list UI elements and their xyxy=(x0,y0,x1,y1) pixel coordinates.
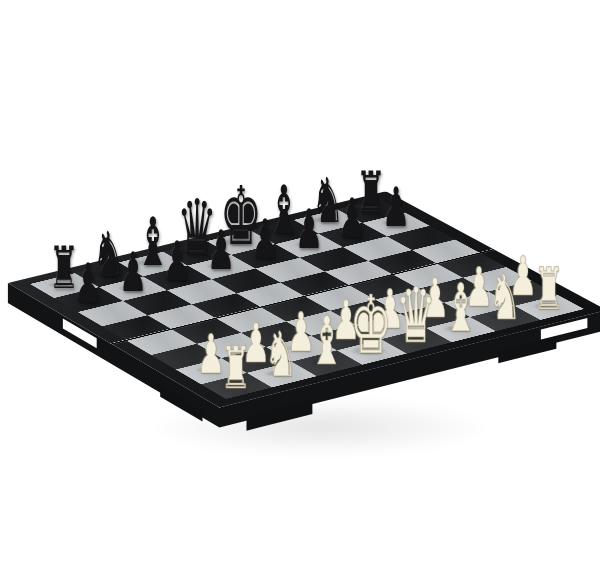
chess-board xyxy=(30,199,584,399)
board-squares xyxy=(30,199,584,399)
board-ground-shadow xyxy=(150,398,490,456)
chess-set-photo: ♜♞♝♛♚♝♞♜♟♟♟♟♟♟♟♟♟♟♟♟♟♟♟♟♜♞♝♚♛♝♞♜ xyxy=(0,0,600,587)
